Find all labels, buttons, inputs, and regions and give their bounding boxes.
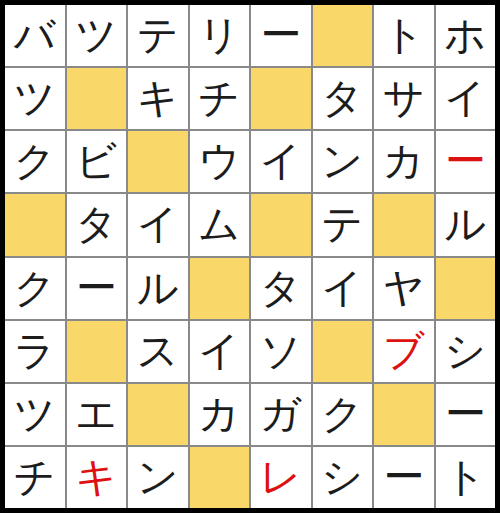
grid-cell[interactable]: カ xyxy=(190,384,250,445)
grid-cell[interactable]: ツ xyxy=(67,5,127,66)
grid-cell-highlight[interactable] xyxy=(67,321,127,382)
grid-cell[interactable]: ル xyxy=(128,258,188,319)
grid-cell[interactable]: イ xyxy=(313,258,373,319)
grid-cell[interactable]: ツ xyxy=(5,68,65,129)
grid-cell[interactable]: ヤ xyxy=(374,258,434,319)
grid-cell[interactable]: シ xyxy=(313,447,373,508)
grid-cell[interactable]: ー xyxy=(67,258,127,319)
grid-cell[interactable]: キ xyxy=(67,447,127,508)
grid-cell[interactable]: シ xyxy=(436,321,496,382)
grid-cell[interactable]: ン xyxy=(128,447,188,508)
grid-cell[interactable]: バ xyxy=(5,5,65,66)
grid-cell[interactable]: ト xyxy=(374,5,434,66)
grid-cell[interactable]: タ xyxy=(313,68,373,129)
grid-cell[interactable]: カ xyxy=(374,131,434,192)
grid-cell[interactable]: ス xyxy=(128,321,188,382)
grid-cell[interactable]: ー xyxy=(436,131,496,192)
grid-cell-highlight[interactable] xyxy=(251,68,311,129)
grid-cell-highlight[interactable] xyxy=(67,68,127,129)
crossword-board: バツテリートホツキチタサイクビウインカータイムテルクールタイヤラスイソブシツエカ… xyxy=(0,0,500,513)
grid-cell[interactable]: ビ xyxy=(67,131,127,192)
grid-cell-highlight[interactable] xyxy=(374,384,434,445)
grid-cell[interactable]: イ xyxy=(436,68,496,129)
grid-cell-highlight[interactable] xyxy=(5,194,65,255)
grid-cell[interactable]: チ xyxy=(5,447,65,508)
grid-cell[interactable]: ン xyxy=(313,131,373,192)
grid-cell[interactable]: テ xyxy=(313,194,373,255)
grid-cell[interactable]: ホ xyxy=(436,5,496,66)
grid-cell[interactable]: ー xyxy=(251,5,311,66)
grid-cell[interactable]: サ xyxy=(374,68,434,129)
grid-cell[interactable]: キ xyxy=(128,68,188,129)
grid-cell[interactable]: リ xyxy=(190,5,250,66)
grid-cell[interactable]: ウ xyxy=(190,131,250,192)
grid-cell[interactable]: ガ xyxy=(251,384,311,445)
grid-cell[interactable]: ト xyxy=(436,447,496,508)
grid-cell[interactable]: ク xyxy=(313,384,373,445)
grid-cell-highlight[interactable] xyxy=(128,131,188,192)
grid-cell[interactable]: エ xyxy=(67,384,127,445)
grid-cell[interactable]: ク xyxy=(5,258,65,319)
grid-cell-highlight[interactable] xyxy=(436,258,496,319)
grid-cell[interactable]: イ xyxy=(190,321,250,382)
grid-cell[interactable]: イ xyxy=(128,194,188,255)
grid-cell[interactable]: ー xyxy=(374,447,434,508)
grid-cell[interactable]: レ xyxy=(251,447,311,508)
grid-cell[interactable]: ブ xyxy=(374,321,434,382)
grid-cell-highlight[interactable] xyxy=(313,321,373,382)
grid-cell[interactable]: タ xyxy=(67,194,127,255)
grid-cell-highlight[interactable] xyxy=(374,194,434,255)
grid-cell-highlight[interactable] xyxy=(190,447,250,508)
grid-cell[interactable]: ツ xyxy=(5,384,65,445)
grid-cell[interactable]: イ xyxy=(251,131,311,192)
grid-cell[interactable]: ー xyxy=(436,384,496,445)
grid-cell[interactable]: チ xyxy=(190,68,250,129)
grid-cell[interactable]: ル xyxy=(436,194,496,255)
grid-cell-highlight[interactable] xyxy=(313,5,373,66)
grid-cell-highlight[interactable] xyxy=(190,258,250,319)
grid-cell[interactable]: ラ xyxy=(5,321,65,382)
grid-cell-highlight[interactable] xyxy=(128,384,188,445)
grid-cell[interactable]: タ xyxy=(251,258,311,319)
grid-cell[interactable]: ソ xyxy=(251,321,311,382)
grid-cell[interactable]: テ xyxy=(128,5,188,66)
grid-cell-highlight[interactable] xyxy=(251,194,311,255)
grid-cell[interactable]: ム xyxy=(190,194,250,255)
grid-cell[interactable]: ク xyxy=(5,131,65,192)
